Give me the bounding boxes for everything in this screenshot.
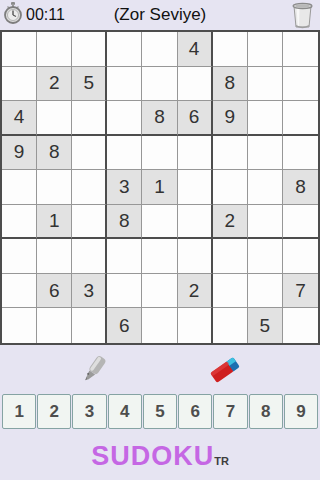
cell-r1c9[interactable] (283, 32, 318, 67)
stopwatch-icon (4, 2, 22, 28)
cell-r2c5[interactable] (142, 67, 177, 102)
cell-r6c5[interactable] (142, 205, 177, 240)
cell-r1c1[interactable] (2, 32, 37, 67)
cell-r7c9[interactable] (283, 239, 318, 274)
cell-r4c9[interactable] (283, 136, 318, 171)
cell-r8c1[interactable] (2, 274, 37, 309)
timer-group: 00:11 (4, 0, 65, 30)
numpad-key-7[interactable]: 7 (213, 394, 247, 429)
cell-r8c9[interactable]: 7 (283, 274, 318, 309)
cell-r4c2[interactable]: 8 (37, 136, 72, 171)
cell-r2c7[interactable]: 8 (213, 67, 248, 102)
cell-r6c2[interactable]: 1 (37, 205, 72, 240)
cell-r4c8[interactable] (248, 136, 283, 171)
numpad-key-2[interactable]: 2 (37, 394, 71, 429)
cell-r6c1[interactable] (2, 205, 37, 240)
cell-r1c5[interactable] (142, 32, 177, 67)
cell-r6c8[interactable] (248, 205, 283, 240)
cell-r2c4[interactable] (107, 67, 142, 102)
cell-r9c8[interactable]: 5 (248, 308, 283, 343)
cell-r4c6[interactable] (178, 136, 213, 171)
cell-r7c3[interactable] (72, 239, 107, 274)
cell-r5c7[interactable] (213, 170, 248, 205)
numpad-key-6[interactable]: 6 (178, 394, 212, 429)
numpad-key-5[interactable]: 5 (143, 394, 177, 429)
numpad: 123456789 (2, 394, 318, 429)
cell-r2c2[interactable]: 2 (37, 67, 72, 102)
cell-r3c9[interactable] (283, 101, 318, 136)
numpad-key-9[interactable]: 9 (284, 394, 318, 429)
timer-text: 00:11 (26, 6, 65, 24)
cell-r1c4[interactable] (107, 32, 142, 67)
cell-r8c4[interactable] (107, 274, 142, 309)
numpad-key-4[interactable]: 4 (108, 394, 142, 429)
cell-r5c3[interactable] (72, 170, 107, 205)
cell-r7c2[interactable] (37, 239, 72, 274)
cell-r7c4[interactable] (107, 239, 142, 274)
numpad-key-8[interactable]: 8 (249, 394, 283, 429)
cell-r5c9[interactable]: 8 (283, 170, 318, 205)
trash-icon[interactable] (291, 2, 314, 33)
cell-r6c7[interactable]: 2 (213, 205, 248, 240)
cell-r1c2[interactable] (37, 32, 72, 67)
cell-r2c1[interactable] (2, 67, 37, 102)
cell-r8c3[interactable]: 3 (72, 274, 107, 309)
cell-r3c7[interactable]: 9 (213, 101, 248, 136)
cell-r9c6[interactable] (178, 308, 213, 343)
cell-r9c9[interactable] (283, 308, 318, 343)
cell-r2c8[interactable] (248, 67, 283, 102)
sudoku-board: 4258486998318182632765 (0, 30, 320, 345)
cell-r9c4[interactable]: 6 (107, 308, 142, 343)
cell-r4c5[interactable] (142, 136, 177, 171)
cell-r3c2[interactable] (37, 101, 72, 136)
cell-r1c8[interactable] (248, 32, 283, 67)
logo-text: SUDOKU (91, 441, 214, 471)
cell-r5c4[interactable]: 3 (107, 170, 142, 205)
cell-r1c3[interactable] (72, 32, 107, 67)
cell-r7c8[interactable] (248, 239, 283, 274)
top-bar: 00:11 (Zor Seviye) (0, 0, 320, 30)
cell-r3c6[interactable]: 6 (178, 101, 213, 136)
cell-r6c6[interactable] (178, 205, 213, 240)
cell-r8c5[interactable] (142, 274, 177, 309)
cell-r8c2[interactable]: 6 (37, 274, 72, 309)
cell-r1c7[interactable] (213, 32, 248, 67)
cell-r7c6[interactable] (178, 239, 213, 274)
cell-r5c1[interactable] (2, 170, 37, 205)
cell-r3c1[interactable]: 4 (2, 101, 37, 136)
cell-r5c5[interactable]: 1 (142, 170, 177, 205)
cell-r3c5[interactable]: 8 (142, 101, 177, 136)
cell-r2c3[interactable]: 5 (72, 67, 107, 102)
cell-r5c6[interactable] (178, 170, 213, 205)
logo-suffix: TR (214, 455, 229, 467)
cell-r6c9[interactable] (283, 205, 318, 240)
cell-r9c7[interactable] (213, 308, 248, 343)
eraser-icon[interactable] (205, 352, 245, 392)
cell-r4c7[interactable] (213, 136, 248, 171)
cell-r5c2[interactable] (37, 170, 72, 205)
cell-r9c5[interactable] (142, 308, 177, 343)
cell-r5c8[interactable] (248, 170, 283, 205)
numpad-key-1[interactable]: 1 (2, 394, 36, 429)
cell-r3c4[interactable] (107, 101, 142, 136)
cell-r9c3[interactable] (72, 308, 107, 343)
cell-r4c3[interactable] (72, 136, 107, 171)
cell-r8c8[interactable] (248, 274, 283, 309)
cell-r7c1[interactable] (2, 239, 37, 274)
cell-r4c1[interactable]: 9 (2, 136, 37, 171)
cell-r6c4[interactable]: 8 (107, 205, 142, 240)
cell-r8c6[interactable]: 2 (178, 274, 213, 309)
cell-r6c3[interactable] (72, 205, 107, 240)
cell-r9c1[interactable] (2, 308, 37, 343)
cell-r8c7[interactable] (213, 274, 248, 309)
numpad-key-3[interactable]: 3 (72, 394, 106, 429)
cell-r2c6[interactable] (178, 67, 213, 102)
cell-r3c3[interactable] (72, 101, 107, 136)
cell-r4c4[interactable] (107, 136, 142, 171)
cell-r3c8[interactable] (248, 101, 283, 136)
difficulty-title: (Zor Seviye) (114, 5, 207, 25)
tools-row (0, 345, 320, 395)
app-logo: SUDOKUTR (0, 441, 320, 472)
cell-r7c7[interactable] (213, 239, 248, 274)
cell-r7c5[interactable] (142, 239, 177, 274)
cell-r9c2[interactable] (37, 308, 72, 343)
marker-icon[interactable] (76, 352, 112, 392)
cell-r1c6[interactable]: 4 (178, 32, 213, 67)
cell-r2c9[interactable] (283, 67, 318, 102)
